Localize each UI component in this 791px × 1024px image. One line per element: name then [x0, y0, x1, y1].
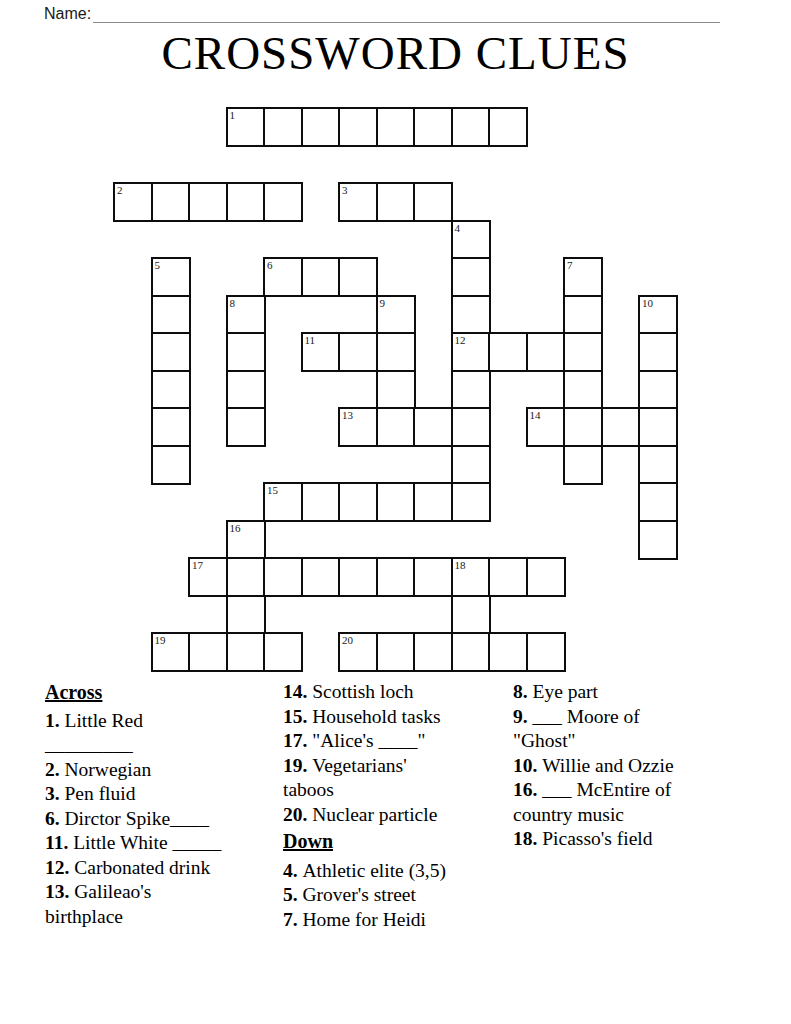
- clue-down-8: 8. Eye part: [513, 680, 763, 705]
- grid-cell-r6c7[interactable]: [376, 332, 416, 372]
- grid-cell-r8c6[interactable]: 13: [338, 407, 378, 447]
- grid-cell-r11c3[interactable]: 16: [226, 520, 266, 560]
- grid-cell-r5c9[interactable]: [451, 295, 491, 335]
- clue-across-11: 11. Little White _____: [45, 831, 277, 856]
- grid-cell-r4c5[interactable]: [301, 257, 341, 297]
- clue-down-4: 4. Athletic elite (3,5): [283, 859, 507, 884]
- grid-cell-r4c1[interactable]: 5: [151, 257, 191, 297]
- grid-cell-r12c4[interactable]: [263, 557, 303, 597]
- grid-cell-r6c3[interactable]: [226, 332, 266, 372]
- grid-cell-r7c3[interactable]: [226, 370, 266, 410]
- grid-cell-r0c4[interactable]: [263, 107, 303, 147]
- name-blank-line[interactable]: [93, 2, 720, 23]
- grid-cell-r6c9[interactable]: 12: [451, 332, 491, 372]
- grid-cell-r0c8[interactable]: [413, 107, 453, 147]
- grid-cell-r2c7[interactable]: [376, 182, 416, 222]
- grid-cell-r14c11[interactable]: [526, 632, 566, 672]
- clue-down-9: 9. ___ Moore of "Ghost": [513, 705, 763, 754]
- grid-cell-r7c14[interactable]: [638, 370, 678, 410]
- clue-down-7: 7. Home for Heidi: [283, 908, 507, 933]
- grid-cell-r14c10[interactable]: [488, 632, 528, 672]
- grid-cell-r8c11[interactable]: 14: [526, 407, 566, 447]
- clue-across-19: 19. Vegetarians' taboos: [283, 754, 507, 803]
- clue-number-13: 13: [342, 409, 353, 421]
- grid-cell-r2c1[interactable]: [151, 182, 191, 222]
- clue-number-10: 10: [642, 297, 653, 309]
- grid-cell-r9c12[interactable]: [563, 445, 603, 485]
- grid-cell-r12c11[interactable]: [526, 557, 566, 597]
- grid-cell-r12c6[interactable]: [338, 557, 378, 597]
- grid-cell-r0c9[interactable]: [451, 107, 491, 147]
- grid-cell-r12c5[interactable]: [301, 557, 341, 597]
- grid-cell-r8c12[interactable]: [563, 407, 603, 447]
- clue-number-12: 12: [455, 334, 466, 346]
- clue-down-5: 5. Grover's street: [283, 883, 507, 908]
- grid-cell-r13c9[interactable]: [451, 595, 491, 635]
- grid-cell-r14c6[interactable]: 20: [338, 632, 378, 672]
- clue-number-6: 6: [267, 259, 273, 271]
- clue-number-8: 8: [230, 297, 236, 309]
- clue-number-5: 5: [155, 259, 161, 271]
- grid-cell-r4c6[interactable]: [338, 257, 378, 297]
- clue-number-4: 4: [455, 222, 461, 234]
- clue-column-3: 8. Eye part9. ___ Moore of "Ghost"10. Wi…: [513, 680, 763, 852]
- clue-number-18: 18: [455, 559, 466, 571]
- clue-down-18: 18. Picasso's field: [513, 827, 763, 852]
- grid-cell-r11c14[interactable]: [638, 520, 678, 560]
- clue-across-2: 2. Norwegian: [45, 758, 277, 783]
- grid-cell-r13c3[interactable]: [226, 595, 266, 635]
- grid-cell-r14c8[interactable]: [413, 632, 453, 672]
- grid-cell-r4c12[interactable]: 7: [563, 257, 603, 297]
- clue-number-11: 11: [305, 334, 316, 346]
- grid-cell-r2c6[interactable]: 3: [338, 182, 378, 222]
- clue-down-16: 16. ___ McEntire of country music: [513, 778, 763, 827]
- clue-across-17: 17. "Alice's ____": [283, 729, 507, 754]
- crossword-grid: 1234567891011121314151617181920: [113, 107, 676, 670]
- grid-cell-r12c3[interactable]: [226, 557, 266, 597]
- clue-number-15: 15: [267, 484, 278, 496]
- name-label: Name:: [44, 5, 91, 23]
- grid-cell-r12c8[interactable]: [413, 557, 453, 597]
- grid-cell-r8c14[interactable]: [638, 407, 678, 447]
- clue-column-2: 14. Scottish loch15. Household tasks17. …: [283, 680, 507, 932]
- clue-number-9: 9: [380, 297, 386, 309]
- clue-across-3: 3. Pen fluid: [45, 782, 277, 807]
- grid-cell-r10c6[interactable]: [338, 482, 378, 522]
- grid-cell-r7c9[interactable]: [451, 370, 491, 410]
- grid-cell-r3c9[interactable]: 4: [451, 220, 491, 260]
- worksheet-page: Name: CROSSWORD CLUES 123456789101112131…: [0, 0, 791, 1024]
- grid-cell-r8c8[interactable]: [413, 407, 453, 447]
- clue-number-2: 2: [117, 184, 123, 196]
- clue-across-13: 13. Galileao's birthplace: [45, 880, 277, 929]
- grid-cell-r7c1[interactable]: [151, 370, 191, 410]
- grid-cell-r8c13[interactable]: [601, 407, 641, 447]
- clue-number-17: 17: [192, 559, 203, 571]
- grid-cell-r0c6[interactable]: [338, 107, 378, 147]
- clue-across-14: 14. Scottish loch: [283, 680, 507, 705]
- grid-cell-r2c4[interactable]: [263, 182, 303, 222]
- grid-cell-r4c9[interactable]: [451, 257, 491, 297]
- grid-cell-r8c7[interactable]: [376, 407, 416, 447]
- grid-cell-r14c1[interactable]: 19: [151, 632, 191, 672]
- grid-cell-r14c4[interactable]: [263, 632, 303, 672]
- grid-cell-r0c5[interactable]: [301, 107, 341, 147]
- grid-cell-r2c0[interactable]: 2: [113, 182, 153, 222]
- grid-cell-r7c7[interactable]: [376, 370, 416, 410]
- clue-number-3: 3: [342, 184, 348, 196]
- grid-cell-r0c7[interactable]: [376, 107, 416, 147]
- grid-cell-r14c2[interactable]: [188, 632, 228, 672]
- grid-cell-r10c4[interactable]: 15: [263, 482, 303, 522]
- grid-cell-r6c1[interactable]: [151, 332, 191, 372]
- clue-across-6: 6. Dirctor Spike____: [45, 807, 277, 832]
- grid-cell-r8c9[interactable]: [451, 407, 491, 447]
- clue-number-19: 19: [155, 634, 166, 646]
- grid-cell-r2c8[interactable]: [413, 182, 453, 222]
- clue-across-1: 1. Little Red _________: [45, 709, 277, 758]
- grid-cell-r0c3[interactable]: 1: [226, 107, 266, 147]
- grid-cell-r12c9[interactable]: 18: [451, 557, 491, 597]
- clue-number-14: 14: [530, 409, 541, 421]
- grid-cell-r5c3[interactable]: 8: [226, 295, 266, 335]
- grid-cell-r6c10[interactable]: [488, 332, 528, 372]
- grid-cell-r6c14[interactable]: [638, 332, 678, 372]
- grid-cell-r5c14[interactable]: 10: [638, 295, 678, 335]
- grid-cell-r6c11[interactable]: [526, 332, 566, 372]
- grid-cell-r5c1[interactable]: [151, 295, 191, 335]
- clue-number-1: 1: [230, 109, 236, 121]
- grid-cell-r5c7[interactable]: 9: [376, 295, 416, 335]
- across-heading: Across: [45, 680, 277, 705]
- grid-cell-r2c3[interactable]: [226, 182, 266, 222]
- grid-cell-r10c5[interactable]: [301, 482, 341, 522]
- page-title: CROSSWORD CLUES: [0, 26, 791, 80]
- grid-cell-r6c6[interactable]: [338, 332, 378, 372]
- grid-cell-r10c14[interactable]: [638, 482, 678, 522]
- grid-cell-r14c3[interactable]: [226, 632, 266, 672]
- clue-number-16: 16: [230, 522, 241, 534]
- grid-cell-r2c2[interactable]: [188, 182, 228, 222]
- grid-cell-r10c8[interactable]: [413, 482, 453, 522]
- grid-cell-r14c7[interactable]: [376, 632, 416, 672]
- grid-cell-r14c9[interactable]: [451, 632, 491, 672]
- grid-cell-r6c5[interactable]: 11: [301, 332, 341, 372]
- grid-cell-r7c12[interactable]: [563, 370, 603, 410]
- grid-cell-r8c3[interactable]: [226, 407, 266, 447]
- grid-cell-r12c7[interactable]: [376, 557, 416, 597]
- grid-cell-r10c7[interactable]: [376, 482, 416, 522]
- grid-cell-r9c14[interactable]: [638, 445, 678, 485]
- clue-number-7: 7: [567, 259, 573, 271]
- grid-cell-r10c9[interactable]: [451, 482, 491, 522]
- grid-cell-r9c1[interactable]: [151, 445, 191, 485]
- grid-cell-r4c4[interactable]: 6: [263, 257, 303, 297]
- grid-cell-r12c2[interactable]: 17: [188, 557, 228, 597]
- grid-cell-r0c10[interactable]: [488, 107, 528, 147]
- down-heading: Down: [283, 829, 507, 854]
- grid-cell-r6c12[interactable]: [563, 332, 603, 372]
- grid-cell-r8c1[interactable]: [151, 407, 191, 447]
- clue-across-12: 12. Carbonated drink: [45, 856, 277, 881]
- clue-across-20: 20. Nuclear particle: [283, 803, 507, 828]
- grid-cell-r5c12[interactable]: [563, 295, 603, 335]
- clue-column-1: Across1. Little Red _________2. Norwegia…: [45, 680, 277, 929]
- grid-cell-r9c9[interactable]: [451, 445, 491, 485]
- clue-across-15: 15. Household tasks: [283, 705, 507, 730]
- clue-number-20: 20: [342, 634, 353, 646]
- grid-cell-r12c10[interactable]: [488, 557, 528, 597]
- clue-down-10: 10. Willie and Ozzie: [513, 754, 763, 779]
